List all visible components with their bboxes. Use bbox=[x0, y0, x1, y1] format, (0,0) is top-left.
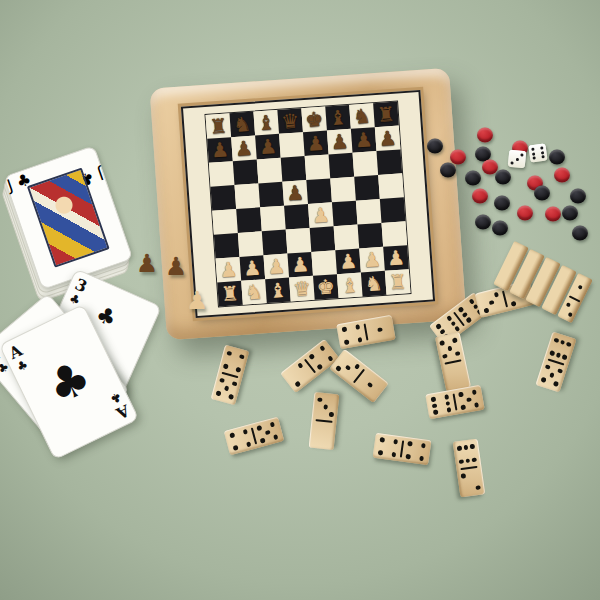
square-b7[interactable]: ♟ bbox=[231, 136, 257, 162]
domino-pip bbox=[566, 302, 571, 307]
domino-pip bbox=[549, 350, 555, 356]
square-g8[interactable]: ♞ bbox=[349, 103, 375, 129]
die-pip bbox=[540, 146, 543, 149]
domino-pip bbox=[455, 351, 460, 356]
chess-piece-light-pawn[interactable]: ♟ bbox=[266, 254, 286, 279]
domino-pip bbox=[494, 292, 500, 298]
domino-pip bbox=[472, 457, 477, 462]
checker-red[interactable] bbox=[477, 128, 493, 143]
loose-pawn-light[interactable]: ♟ bbox=[186, 286, 208, 315]
square-a3[interactable] bbox=[214, 233, 240, 259]
square-d5[interactable]: ♟ bbox=[282, 180, 308, 206]
square-b1[interactable]: ♞ bbox=[241, 279, 267, 305]
domino-half-6 bbox=[454, 441, 480, 468]
domino-pip bbox=[235, 367, 241, 373]
domino-half-3 bbox=[313, 394, 338, 420]
square-c3[interactable] bbox=[262, 230, 288, 256]
domino-pip bbox=[459, 459, 464, 464]
chess-piece-light-pawn[interactable]: ♟ bbox=[362, 247, 382, 272]
checker-red[interactable] bbox=[554, 168, 570, 183]
domino-pip bbox=[419, 456, 424, 461]
domino-pip bbox=[431, 397, 436, 402]
die-3[interactable] bbox=[508, 150, 527, 169]
domino-pip bbox=[407, 441, 412, 446]
chess-piece-dark-pawn[interactable]: ♟ bbox=[285, 180, 305, 205]
domino-pip bbox=[444, 394, 449, 399]
square-b4[interactable] bbox=[236, 207, 262, 233]
domino-pip bbox=[470, 444, 475, 449]
card-index: A♣ bbox=[7, 342, 31, 374]
domino-pip bbox=[433, 409, 438, 414]
domino-half-0 bbox=[442, 362, 469, 390]
domino-pip bbox=[432, 403, 437, 408]
square-b6[interactable] bbox=[233, 159, 259, 185]
checker-black[interactable] bbox=[427, 139, 443, 154]
square-c8[interactable]: ♝ bbox=[253, 110, 279, 136]
square-f3[interactable] bbox=[334, 225, 360, 251]
square-e2[interactable] bbox=[311, 250, 337, 276]
chess-piece-dark-king[interactable]: ♚ bbox=[304, 107, 324, 132]
square-f8[interactable]: ♝ bbox=[325, 105, 351, 131]
domino-pip bbox=[461, 404, 466, 409]
square-h4[interactable] bbox=[380, 197, 406, 223]
domino-pip bbox=[357, 337, 362, 342]
square-e1[interactable]: ♚ bbox=[313, 274, 339, 300]
loose-pawn-dark[interactable]: ♟ bbox=[165, 252, 187, 281]
die-pip bbox=[532, 152, 535, 155]
domino-pip bbox=[557, 368, 563, 374]
domino-pip bbox=[224, 386, 230, 392]
domino-half-3 bbox=[477, 288, 506, 316]
card-deck[interactable]: J ♣ J ♣ bbox=[3, 146, 130, 288]
square-f5[interactable] bbox=[330, 177, 356, 203]
square-a2[interactable]: ♟ bbox=[216, 257, 242, 283]
square-h3[interactable] bbox=[381, 221, 407, 247]
square-f7[interactable]: ♟ bbox=[327, 129, 353, 155]
square-g5[interactable] bbox=[354, 175, 380, 201]
square-e4[interactable]: ♟ bbox=[308, 202, 334, 228]
domino-pip bbox=[342, 327, 347, 332]
domino-pip bbox=[553, 381, 559, 387]
domino-pip bbox=[549, 372, 555, 378]
domino-pip bbox=[367, 381, 373, 387]
checker-black[interactable] bbox=[440, 163, 456, 178]
square-f1[interactable]: ♝ bbox=[337, 272, 363, 298]
domino-5-4[interactable] bbox=[211, 345, 250, 406]
domino-half-5 bbox=[455, 386, 483, 413]
square-b3[interactable] bbox=[238, 231, 264, 257]
domino-pip bbox=[323, 405, 328, 410]
square-h6[interactable] bbox=[376, 149, 402, 175]
square-h5[interactable] bbox=[378, 173, 404, 199]
square-a1[interactable]: ♜ bbox=[217, 281, 243, 307]
chess-piece-light-pawn[interactable]: ♟ bbox=[386, 245, 406, 270]
checker-black[interactable] bbox=[562, 206, 578, 221]
chess-piece-dark-pawn[interactable]: ♟ bbox=[306, 131, 326, 156]
domino-pip bbox=[406, 454, 411, 459]
square-h7[interactable]: ♟ bbox=[375, 125, 401, 151]
chess-piece-light-rook[interactable]: ♜ bbox=[220, 281, 240, 306]
checker-black[interactable] bbox=[475, 215, 491, 230]
square-a4[interactable] bbox=[212, 209, 238, 235]
domino-half-4 bbox=[375, 434, 402, 460]
domino-pip bbox=[566, 341, 572, 347]
domino-pip bbox=[472, 389, 477, 394]
die-pip bbox=[521, 153, 524, 156]
domino-pip bbox=[216, 391, 222, 397]
domino-pip bbox=[446, 407, 451, 412]
checker-black[interactable] bbox=[570, 189, 586, 204]
chess-piece-dark-pawn[interactable]: ♟ bbox=[258, 134, 278, 159]
checker-red[interactable] bbox=[517, 206, 533, 221]
checker-red[interactable] bbox=[450, 150, 466, 165]
chess-piece-light-knight[interactable]: ♞ bbox=[364, 271, 384, 296]
chess-piece-dark-rook[interactable]: ♜ bbox=[376, 102, 396, 127]
domino-pip bbox=[553, 337, 559, 343]
domino-pip bbox=[464, 445, 469, 450]
domino-pip bbox=[355, 324, 360, 329]
square-c1[interactable]: ♝ bbox=[265, 277, 291, 303]
square-g2[interactable]: ♟ bbox=[359, 247, 385, 273]
square-d2[interactable]: ♟ bbox=[287, 252, 313, 278]
domino-pip bbox=[270, 422, 276, 428]
domino-pip bbox=[391, 452, 396, 457]
square-a7[interactable]: ♟ bbox=[207, 137, 233, 163]
domino-5-0[interactable] bbox=[435, 332, 471, 392]
domino-pip bbox=[447, 346, 452, 351]
domino-pip bbox=[457, 446, 462, 451]
domino-4-4[interactable] bbox=[373, 433, 432, 466]
domino-pip bbox=[561, 354, 567, 360]
domino-pip bbox=[223, 363, 229, 369]
domino-half-5 bbox=[212, 374, 240, 403]
square-b8[interactable]: ♞ bbox=[229, 112, 255, 138]
domino-pip bbox=[232, 381, 238, 387]
chess-piece-light-king[interactable]: ♚ bbox=[316, 274, 336, 299]
checker-black[interactable] bbox=[495, 170, 511, 185]
die-pip bbox=[510, 162, 513, 165]
domino-half-4 bbox=[338, 321, 366, 348]
chess-board: ♜♞♝♛♚♝♞♜♟♟♟♟♟♟♟♟♟♟♟♟♟♟♟♟♜♞♝♛♚♝♞♜ bbox=[204, 100, 411, 307]
domino-pip bbox=[265, 430, 271, 436]
domino-pip bbox=[393, 439, 398, 444]
domino-pip bbox=[327, 355, 333, 361]
chess-piece-dark-queen[interactable]: ♛ bbox=[280, 108, 300, 133]
square-a5[interactable] bbox=[211, 185, 237, 211]
square-c2[interactable]: ♟ bbox=[263, 254, 289, 280]
square-d1[interactable]: ♛ bbox=[289, 276, 315, 302]
domino-6-2[interactable] bbox=[453, 439, 486, 498]
square-a8[interactable]: ♜ bbox=[206, 113, 232, 139]
domino-pip bbox=[273, 434, 279, 440]
chess-board-mat: ♜♞♝♛♚♝♞♜♟♟♟♟♟♟♟♟♟♟♟♟♟♟♟♟♜♞♝♛♚♝♞♜ bbox=[181, 90, 435, 318]
domino-pip bbox=[465, 458, 470, 463]
square-d7[interactable] bbox=[279, 132, 305, 158]
square-f6[interactable] bbox=[329, 153, 355, 179]
domino-pip bbox=[452, 338, 457, 343]
domino-pip bbox=[239, 354, 245, 360]
checker-black[interactable] bbox=[572, 226, 588, 241]
domino-pip bbox=[316, 363, 322, 369]
domino-half-0 bbox=[310, 422, 335, 448]
domino-pip bbox=[297, 362, 303, 368]
square-c4[interactable] bbox=[260, 206, 286, 232]
domino-pip bbox=[466, 397, 471, 402]
die-pip bbox=[531, 147, 534, 150]
square-a6[interactable] bbox=[209, 161, 235, 187]
game-set-scene: ♜♞♝♛♚♝♞♜♟♟♟♟♟♟♟♟♟♟♟♟♟♟♟♟♜♞♝♛♚♝♞♜ J ♣ J ♣… bbox=[0, 0, 600, 600]
domino-half-1 bbox=[366, 316, 394, 343]
domino-pip bbox=[555, 352, 561, 358]
checker-black[interactable] bbox=[534, 186, 550, 201]
domino-pip bbox=[354, 363, 360, 369]
domino-pip bbox=[228, 394, 234, 400]
chess-piece-light-queen[interactable]: ♛ bbox=[292, 276, 312, 301]
chess-piece-light-pawn[interactable]: ♟ bbox=[338, 249, 358, 274]
domino-5-6[interactable] bbox=[535, 332, 576, 393]
domino-pip bbox=[489, 300, 495, 306]
checker-black[interactable] bbox=[492, 221, 508, 236]
square-c7[interactable]: ♟ bbox=[255, 134, 281, 160]
square-d8[interactable]: ♛ bbox=[277, 108, 303, 134]
chess-piece-dark-pawn[interactable]: ♟ bbox=[234, 136, 254, 161]
domino-pip bbox=[461, 473, 466, 478]
die-pip bbox=[542, 155, 545, 158]
domino-pip bbox=[511, 301, 517, 307]
domino-half-6 bbox=[427, 391, 455, 418]
domino-pip bbox=[229, 432, 235, 438]
square-d4[interactable] bbox=[284, 204, 310, 230]
chess-piece-dark-bishop[interactable]: ♝ bbox=[256, 110, 276, 135]
domino-pip bbox=[309, 353, 315, 359]
domino-pip bbox=[344, 339, 349, 344]
chess-piece-light-pawn[interactable]: ♟ bbox=[290, 252, 310, 277]
square-e8[interactable]: ♚ bbox=[301, 107, 327, 133]
domino-pip bbox=[458, 392, 463, 397]
checker-red[interactable] bbox=[545, 207, 561, 222]
square-f4[interactable] bbox=[332, 201, 358, 227]
domino-pip bbox=[226, 351, 232, 357]
domino-pip bbox=[317, 397, 322, 402]
card-index: 3♣ bbox=[67, 276, 89, 307]
domino-pip bbox=[329, 412, 334, 417]
chess-piece-dark-pawn[interactable]: ♟ bbox=[210, 137, 230, 162]
domino-pip bbox=[219, 378, 225, 384]
checker-black[interactable] bbox=[465, 171, 481, 186]
chess-piece-dark-rook[interactable]: ♜ bbox=[209, 113, 229, 138]
chess-piece-dark-knight[interactable]: ♞ bbox=[352, 103, 372, 128]
domino-pip bbox=[242, 429, 248, 435]
domino-pip bbox=[567, 312, 572, 317]
square-c6[interactable] bbox=[257, 158, 283, 184]
square-h8[interactable]: ♜ bbox=[373, 102, 399, 128]
domino-pip bbox=[345, 364, 351, 370]
domino-divider bbox=[569, 295, 581, 302]
square-g3[interactable] bbox=[358, 223, 384, 249]
domino-pip bbox=[440, 340, 445, 345]
domino-pip bbox=[560, 339, 566, 345]
domino-pip bbox=[335, 365, 341, 371]
die-pip bbox=[532, 157, 535, 160]
chess-piece-dark-pawn[interactable]: ♟ bbox=[354, 127, 374, 152]
domino-pip bbox=[377, 327, 382, 332]
square-e5[interactable] bbox=[306, 178, 332, 204]
chess-piece-light-pawn[interactable]: ♟ bbox=[311, 203, 331, 228]
domino-pip bbox=[380, 437, 385, 442]
chess-piece-light-rook[interactable]: ♜ bbox=[388, 269, 408, 294]
domino-half-4 bbox=[402, 438, 429, 464]
die-6[interactable] bbox=[528, 143, 547, 162]
checker-black[interactable] bbox=[494, 196, 510, 211]
card-pips: ♣ bbox=[36, 336, 102, 427]
domino-pip bbox=[421, 443, 426, 448]
domino-pip bbox=[294, 381, 300, 387]
chess-piece-light-knight[interactable]: ♞ bbox=[244, 279, 264, 304]
domino-6-5[interactable] bbox=[425, 385, 484, 419]
domino-pip bbox=[545, 364, 551, 370]
domino-pip bbox=[445, 401, 450, 406]
square-h2[interactable]: ♟ bbox=[383, 245, 409, 271]
domino-pip bbox=[465, 317, 471, 323]
domino-4-5[interactable] bbox=[224, 417, 285, 456]
domino-pip bbox=[442, 353, 447, 358]
square-b5[interactable] bbox=[235, 183, 261, 209]
square-e7[interactable]: ♟ bbox=[303, 131, 329, 157]
chess-piece-dark-knight[interactable]: ♞ bbox=[233, 112, 253, 137]
square-c5[interactable] bbox=[258, 182, 284, 208]
die-pip bbox=[541, 151, 544, 154]
chess-piece-light-pawn[interactable]: ♟ bbox=[219, 257, 239, 282]
domino-half-5 bbox=[253, 418, 282, 446]
chess-piece-light-bishop[interactable]: ♝ bbox=[268, 278, 288, 303]
domino-pip bbox=[260, 438, 266, 444]
square-g4[interactable] bbox=[356, 199, 382, 225]
domino-pip bbox=[484, 307, 490, 313]
domino-pip bbox=[319, 345, 325, 351]
domino-half-2 bbox=[458, 468, 484, 495]
chess-piece-dark-bishop[interactable]: ♝ bbox=[328, 105, 348, 130]
domino-pip bbox=[541, 377, 547, 383]
square-g7[interactable]: ♟ bbox=[351, 127, 377, 153]
domino-half-5 bbox=[436, 334, 463, 362]
square-g1[interactable]: ♞ bbox=[361, 271, 387, 297]
die-pip bbox=[515, 157, 518, 160]
domino-pip bbox=[378, 450, 383, 455]
square-d3[interactable] bbox=[286, 228, 312, 254]
square-g6[interactable] bbox=[353, 151, 379, 177]
card-index: A♣ bbox=[107, 390, 131, 422]
square-d6[interactable] bbox=[281, 156, 307, 182]
domino-pip bbox=[474, 402, 479, 407]
square-b2[interactable]: ♟ bbox=[240, 255, 266, 281]
chess-piece-dark-pawn[interactable]: ♟ bbox=[378, 126, 398, 151]
domino-pip bbox=[233, 445, 239, 451]
domino-pip bbox=[476, 485, 481, 490]
domino-pip bbox=[454, 325, 460, 331]
domino-pip bbox=[577, 285, 582, 290]
domino-0-3[interactable] bbox=[309, 392, 340, 450]
chess-piece-light-pawn[interactable]: ♟ bbox=[243, 255, 263, 280]
checker-black[interactable] bbox=[549, 150, 565, 165]
chess-piece-dark-pawn[interactable]: ♟ bbox=[330, 129, 350, 154]
domino-pip bbox=[246, 441, 252, 447]
square-f2[interactable]: ♟ bbox=[335, 249, 361, 275]
square-e3[interactable] bbox=[310, 226, 336, 252]
checker-red[interactable] bbox=[472, 189, 488, 204]
chess-piece-light-bishop[interactable]: ♝ bbox=[340, 273, 360, 298]
loose-pawn-dark[interactable]: ♟ bbox=[136, 249, 158, 278]
domino-pip bbox=[257, 425, 263, 431]
square-h1[interactable]: ♜ bbox=[385, 269, 411, 295]
square-e6[interactable] bbox=[305, 154, 331, 180]
